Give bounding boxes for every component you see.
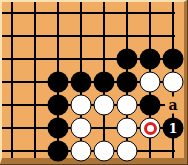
grid-hline: [2, 35, 175, 37]
black-stone: [48, 72, 69, 93]
white-stone-marked: [140, 118, 161, 139]
grid-vline: [11, 2, 13, 158]
point-label-a: a: [165, 97, 181, 114]
black-stone-move-1: 1: [163, 118, 184, 139]
black-stone: [163, 49, 184, 70]
black-stone: [117, 49, 138, 70]
black-stone: [117, 72, 138, 93]
grid-hline: [2, 12, 175, 14]
red-circle-marker-icon: [144, 122, 157, 135]
goban-diagram: a1: [0, 0, 188, 165]
white-stone: [163, 72, 184, 93]
black-stone: [140, 49, 161, 70]
white-stone: [71, 95, 92, 116]
white-stone: [117, 95, 138, 116]
black-stone: [48, 141, 69, 162]
black-stone: [71, 72, 92, 93]
move-number-label: 1: [168, 121, 177, 134]
white-stone: [71, 118, 92, 139]
board-grid: a1: [2, 2, 184, 158]
white-stone: [71, 141, 92, 162]
white-stone: [117, 141, 138, 162]
board-frame: a1: [0, 0, 187, 164]
black-stone: [94, 72, 115, 93]
white-stone: [94, 95, 115, 116]
white-stone: [140, 72, 161, 93]
black-stone: [48, 95, 69, 116]
grid-vline: [34, 2, 36, 158]
black-stone: [140, 95, 161, 116]
black-stone: [48, 118, 69, 139]
white-stone: [94, 141, 115, 162]
white-stone: [117, 118, 138, 139]
